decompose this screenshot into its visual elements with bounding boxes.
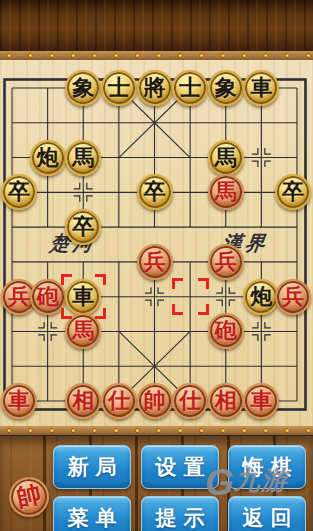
- last-move-from-marker: [172, 278, 209, 315]
- piece-black-卒[interactable]: 卒: [137, 174, 173, 210]
- piece-red-馬[interactable]: 馬: [208, 174, 244, 210]
- piece-black-卒[interactable]: 卒: [1, 174, 37, 210]
- piece-black-炮[interactable]: 炮: [30, 140, 66, 176]
- piece-red-馬[interactable]: 馬: [65, 313, 101, 349]
- piece-red-相[interactable]: 相: [208, 383, 244, 419]
- piece-black-車[interactable]: 車: [65, 279, 101, 315]
- piece-black-卒[interactable]: 卒: [65, 209, 101, 245]
- new-game-button[interactable]: 新局: [53, 445, 131, 489]
- piece-red-砲[interactable]: 砲: [30, 279, 66, 315]
- piece-red-兵[interactable]: 兵: [208, 244, 244, 280]
- piece-black-將[interactable]: 將: [137, 70, 173, 106]
- piece-black-卒[interactable]: 卒: [275, 174, 311, 210]
- piece-black-馬[interactable]: 馬: [65, 140, 101, 176]
- piece-red-帥[interactable]: 帥: [137, 383, 173, 419]
- menu-button[interactable]: 菜单: [53, 496, 131, 531]
- piece-black-象[interactable]: 象: [65, 70, 101, 106]
- piece-black-象[interactable]: 象: [208, 70, 244, 106]
- xiangqi-app: 楚河 漢界 象士將士象車炮馬馬卒卒馬卒卒兵兵兵砲車炮兵馬砲車相仕帥仕相車 帥 新…: [0, 0, 313, 531]
- piece-red-砲[interactable]: 砲: [208, 313, 244, 349]
- piece-black-車[interactable]: 車: [243, 70, 279, 106]
- piece-red-相[interactable]: 相: [65, 383, 101, 419]
- piece-red-兵[interactable]: 兵: [137, 244, 173, 280]
- piece-red-車[interactable]: 車: [1, 383, 37, 419]
- jiuyou-logo-icon: G: [205, 462, 234, 503]
- piece-black-士[interactable]: 士: [172, 70, 208, 106]
- piece-black-士[interactable]: 士: [101, 70, 137, 106]
- piece-black-炮[interactable]: 炮: [243, 279, 279, 315]
- piece-red-仕[interactable]: 仕: [172, 383, 208, 419]
- jiuyou-watermark: G九游: [205, 462, 288, 504]
- piece-black-馬[interactable]: 馬: [208, 140, 244, 176]
- piece-red-仕[interactable]: 仕: [101, 383, 137, 419]
- piece-red-兵[interactable]: 兵: [275, 279, 311, 315]
- piece-red-車[interactable]: 車: [243, 383, 279, 419]
